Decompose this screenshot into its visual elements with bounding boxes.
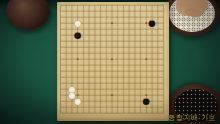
white-stone-glyph: ● xyxy=(74,19,81,27)
go-board[interactable]: ●●●●●●● xyxy=(57,2,169,121)
broadcast-caption: 응창기배 기보 xyxy=(168,115,216,122)
white-stone-D16: ● xyxy=(75,20,81,26)
white-stone-D3: ● xyxy=(75,98,81,104)
black-stone-D14: ● xyxy=(75,32,81,38)
black-stone-glyph: ● xyxy=(143,97,150,105)
black-stone-glyph: ● xyxy=(74,31,81,39)
black-stone-glyph: ● xyxy=(148,19,155,27)
black-stone-Q3: ● xyxy=(143,98,149,104)
photo-frame: ●●●●●●● 응창기배 기보 xyxy=(0,0,220,124)
black-stone-R16: ● xyxy=(149,20,155,26)
stone-bowl-lid xyxy=(6,0,50,30)
white-stone-glyph: ● xyxy=(74,97,81,105)
stone-grid: ●●●●●●● xyxy=(58,2,167,116)
